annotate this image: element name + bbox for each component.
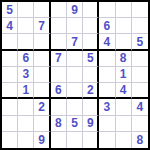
cell-r8c2[interactable] — [18, 116, 34, 132]
cell-r4c3[interactable] — [34, 51, 50, 67]
cell-r3c8[interactable] — [116, 34, 132, 50]
cell-r6c9[interactable] — [132, 83, 148, 99]
cell-r8c1[interactable] — [2, 116, 18, 132]
cell-r3c4[interactable] — [51, 34, 67, 50]
cell-r3c9: 5 — [132, 34, 148, 50]
cell-r9c6[interactable] — [83, 132, 99, 148]
cell-r2c7: 6 — [99, 18, 115, 34]
cell-r2c5[interactable] — [67, 18, 83, 34]
cell-r3c2[interactable] — [18, 34, 34, 50]
cell-r9c8[interactable] — [116, 132, 132, 148]
cell-r7c3: 2 — [34, 99, 50, 115]
cell-r2c4[interactable] — [51, 18, 67, 34]
cell-r5c3[interactable] — [34, 67, 50, 83]
cell-r1c7[interactable] — [99, 2, 115, 18]
cell-r9c5[interactable] — [67, 132, 83, 148]
cell-r4c2: 6 — [18, 51, 34, 67]
cell-r6c5[interactable] — [67, 83, 83, 99]
cell-r5c2: 3 — [18, 67, 34, 83]
cell-r9c7[interactable] — [99, 132, 115, 148]
cell-r1c9[interactable] — [132, 2, 148, 18]
cell-r4c1[interactable] — [2, 51, 18, 67]
cell-r2c3: 7 — [34, 18, 50, 34]
cell-r2c9[interactable] — [132, 18, 148, 34]
cell-r3c3[interactable] — [34, 34, 50, 50]
cell-r6c6: 2 — [83, 83, 99, 99]
cell-r8c8[interactable] — [116, 116, 132, 132]
cell-r5c5[interactable] — [67, 67, 83, 83]
cell-r3c6[interactable] — [83, 34, 99, 50]
cell-r1c6[interactable] — [83, 2, 99, 18]
cell-r7c2[interactable] — [18, 99, 34, 115]
cell-r5c1[interactable] — [2, 67, 18, 83]
cell-r3c7: 4 — [99, 34, 115, 50]
cell-r1c3[interactable] — [34, 2, 50, 18]
cell-r2c8[interactable] — [116, 18, 132, 34]
cell-r9c3: 9 — [34, 132, 50, 148]
cell-r4c9[interactable] — [132, 51, 148, 67]
cell-r3c1[interactable] — [2, 34, 18, 50]
cell-r8c4: 8 — [51, 116, 67, 132]
cell-r5c9[interactable] — [132, 67, 148, 83]
cell-r2c6[interactable] — [83, 18, 99, 34]
cell-r7c4[interactable] — [51, 99, 67, 115]
cell-r7c1[interactable] — [2, 99, 18, 115]
cell-r6c4: 6 — [51, 83, 67, 99]
cell-r5c7[interactable] — [99, 67, 115, 83]
cell-r5c6[interactable] — [83, 67, 99, 83]
cell-r8c6: 9 — [83, 116, 99, 132]
cell-r6c3[interactable] — [34, 83, 50, 99]
cell-r7c5[interactable] — [67, 99, 83, 115]
cell-r1c1: 5 — [2, 2, 18, 18]
cell-r9c9: 8 — [132, 132, 148, 148]
cell-r8c7[interactable] — [99, 116, 115, 132]
cell-r9c1[interactable] — [2, 132, 18, 148]
cell-r4c7[interactable] — [99, 51, 115, 67]
cell-r8c3[interactable] — [34, 116, 50, 132]
cell-r7c8[interactable] — [116, 99, 132, 115]
cell-r1c5: 9 — [67, 2, 83, 18]
cell-r1c8[interactable] — [116, 2, 132, 18]
sudoku-board: 59476745675831162423485998 — [0, 0, 150, 150]
cell-r9c2[interactable] — [18, 132, 34, 148]
cell-r7c9: 4 — [132, 99, 148, 115]
cell-r6c8: 4 — [116, 83, 132, 99]
cell-r6c1[interactable] — [2, 83, 18, 99]
cell-r8c9[interactable] — [132, 116, 148, 132]
cell-r2c2[interactable] — [18, 18, 34, 34]
cell-r6c2: 1 — [18, 83, 34, 99]
cell-r4c5[interactable] — [67, 51, 83, 67]
cell-r9c4[interactable] — [51, 132, 67, 148]
cell-r8c5: 5 — [67, 116, 83, 132]
cell-r1c2[interactable] — [18, 2, 34, 18]
cell-r1c4[interactable] — [51, 2, 67, 18]
cell-r5c4[interactable] — [51, 67, 67, 83]
cell-r4c4: 7 — [51, 51, 67, 67]
cell-r7c7: 3 — [99, 99, 115, 115]
cell-r4c6: 5 — [83, 51, 99, 67]
cell-r7c6[interactable] — [83, 99, 99, 115]
cell-r4c8: 8 — [116, 51, 132, 67]
cell-r2c1: 4 — [2, 18, 18, 34]
cell-r3c5: 7 — [67, 34, 83, 50]
cell-r5c8: 1 — [116, 67, 132, 83]
cell-r6c7[interactable] — [99, 83, 115, 99]
